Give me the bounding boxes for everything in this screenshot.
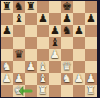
square-b7[interactable]: ♝ — [13, 13, 25, 25]
square-f6[interactable]: ♞ — [61, 25, 73, 37]
piece-white-rook[interactable]: ♜ — [86, 85, 96, 97]
square-g1[interactable] — [73, 85, 85, 97]
piece-black-rook[interactable]: ♜ — [26, 1, 36, 13]
square-h5[interactable] — [85, 37, 97, 49]
piece-black-bishop[interactable]: ♝ — [14, 13, 24, 25]
square-g5[interactable] — [73, 37, 85, 49]
square-e8[interactable] — [49, 1, 61, 13]
square-h6[interactable] — [85, 25, 97, 37]
square-b4[interactable]: ♛ — [13, 49, 25, 61]
square-f2[interactable]: ♞ — [61, 73, 73, 85]
square-c6[interactable] — [25, 25, 37, 37]
square-h4[interactable] — [85, 49, 97, 61]
square-a5[interactable] — [1, 37, 13, 49]
square-e4[interactable]: ♟ — [49, 49, 61, 61]
board-frame: ♜♞♜♚♝♟♟♟♟♟♞♟♝♛♟♞♟♝♛♟♟♝♞♟♟♚♜♜ — [0, 0, 100, 98]
square-e1[interactable] — [49, 85, 61, 97]
piece-white-knight[interactable]: ♞ — [62, 73, 72, 85]
square-c7[interactable] — [25, 13, 37, 25]
piece-white-pawn[interactable]: ♟ — [2, 73, 12, 85]
square-d6[interactable] — [37, 25, 49, 37]
square-g6[interactable]: ♟ — [73, 25, 85, 37]
square-c1[interactable] — [25, 85, 37, 97]
piece-black-queen[interactable]: ♛ — [14, 49, 24, 61]
square-g8[interactable] — [73, 1, 85, 13]
piece-white-pawn[interactable]: ♟ — [50, 49, 60, 61]
square-f1[interactable] — [61, 85, 73, 97]
square-a1[interactable] — [1, 85, 13, 97]
piece-black-pawn[interactable]: ♟ — [74, 25, 84, 37]
square-c5[interactable] — [25, 37, 37, 49]
piece-white-pawn[interactable]: ♟ — [26, 61, 36, 73]
square-a2[interactable]: ♟ — [1, 73, 13, 85]
piece-white-rook[interactable]: ♜ — [38, 85, 48, 97]
chessboard: ♜♞♜♚♝♟♟♟♟♟♞♟♝♛♟♞♟♝♛♟♟♝♞♟♟♚♜♜ — [1, 1, 97, 97]
square-b1[interactable]: ♚ — [13, 85, 25, 97]
square-g4[interactable] — [73, 49, 85, 61]
square-h7[interactable]: ♟ — [85, 13, 97, 25]
piece-black-pawn[interactable]: ♟ — [2, 25, 12, 37]
piece-black-pawn[interactable]: ♟ — [38, 13, 48, 25]
piece-white-king[interactable]: ♚ — [14, 85, 24, 97]
square-a8[interactable]: ♜ — [1, 1, 13, 13]
square-h1[interactable]: ♜ — [85, 85, 97, 97]
square-e2[interactable] — [49, 73, 61, 85]
square-f5[interactable] — [61, 37, 73, 49]
piece-black-knight[interactable]: ♞ — [62, 25, 72, 37]
square-a6[interactable]: ♟ — [1, 25, 13, 37]
square-e3[interactable] — [49, 61, 61, 73]
piece-white-pawn[interactable]: ♟ — [74, 73, 84, 85]
square-d5[interactable] — [37, 37, 49, 49]
square-c8[interactable]: ♜ — [25, 1, 37, 13]
square-c3[interactable]: ♟ — [25, 61, 37, 73]
square-c2[interactable] — [25, 73, 37, 85]
square-d7[interactable]: ♟ — [37, 13, 49, 25]
square-g2[interactable]: ♟ — [73, 73, 85, 85]
square-d1[interactable]: ♜ — [37, 85, 49, 97]
piece-black-pawn[interactable]: ♟ — [86, 13, 96, 25]
piece-black-rook[interactable]: ♜ — [2, 1, 12, 13]
square-b6[interactable] — [13, 25, 25, 37]
